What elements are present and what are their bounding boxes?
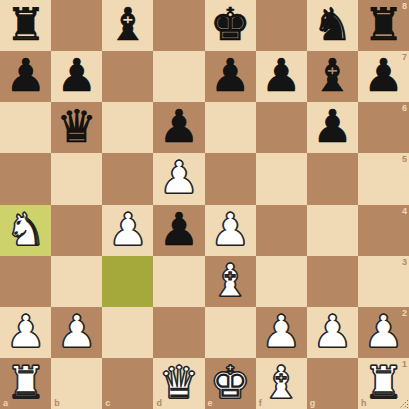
square-c1[interactable]: c [102,358,153,409]
white-pawn-c4[interactable]: ♟ [108,207,148,252]
board-resize-handle-icon[interactable] [397,397,409,409]
square-g5[interactable] [307,153,358,204]
square-a1[interactable]: ♜a [0,358,51,409]
square-c2[interactable] [102,307,153,358]
file-label-b: b [54,399,60,408]
square-f8[interactable] [256,0,307,51]
square-a7[interactable]: ♟ [0,51,51,102]
square-c6[interactable] [102,102,153,153]
rank-label-2: 2 [402,309,407,318]
square-b8[interactable] [51,0,102,51]
square-c8[interactable]: ♝ [102,0,153,51]
rank-label-4: 4 [402,207,407,216]
white-knight-a4[interactable]: ♞ [5,207,45,252]
white-bishop-f1[interactable]: ♝ [261,360,301,405]
square-h2[interactable]: ♟2 [358,307,409,358]
white-pawn-f2[interactable]: ♟ [261,309,301,354]
square-a3[interactable] [0,256,51,307]
square-e3[interactable]: ♝ [205,256,256,307]
square-d6[interactable]: ♟ [153,102,204,153]
black-queen-b6[interactable]: ♛ [57,104,97,149]
square-c7[interactable] [102,51,153,102]
file-label-e: e [208,399,213,408]
square-a8[interactable]: ♜ [0,0,51,51]
square-f1[interactable]: ♝f [256,358,307,409]
square-f6[interactable] [256,102,307,153]
square-a6[interactable] [0,102,51,153]
black-bishop-g7[interactable]: ♝ [312,53,352,98]
square-h6[interactable]: 6 [358,102,409,153]
black-pawn-h7[interactable]: ♟ [363,53,403,98]
white-rook-a1[interactable]: ♜ [5,360,45,405]
square-d1[interactable]: ♛d [153,358,204,409]
black-knight-g8[interactable]: ♞ [312,2,352,47]
square-g4[interactable] [307,205,358,256]
white-pawn-h2[interactable]: ♟ [363,309,403,354]
square-h4[interactable]: 4 [358,205,409,256]
square-h8[interactable]: ♜8 [358,0,409,51]
file-label-g: g [310,399,316,408]
rank-label-8: 8 [402,2,407,11]
square-a2[interactable]: ♟ [0,307,51,358]
white-pawn-b2[interactable]: ♟ [57,309,97,354]
square-b7[interactable]: ♟ [51,51,102,102]
square-d3[interactable] [153,256,204,307]
black-rook-h8[interactable]: ♜ [363,2,403,47]
file-label-h: h [361,399,367,408]
white-pawn-d5[interactable]: ♟ [159,155,199,200]
white-king-e1[interactable]: ♚ [210,360,250,405]
square-c5[interactable] [102,153,153,204]
square-f2[interactable]: ♟ [256,307,307,358]
square-e4[interactable]: ♟ [205,205,256,256]
file-label-f: f [259,399,262,408]
rank-label-6: 6 [402,104,407,113]
black-pawn-d4[interactable]: ♟ [159,207,199,252]
square-b4[interactable] [51,205,102,256]
square-e1[interactable]: ♚e [205,358,256,409]
square-b2[interactable]: ♟ [51,307,102,358]
square-d7[interactable] [153,51,204,102]
square-e8[interactable]: ♚ [205,0,256,51]
square-g6[interactable]: ♟ [307,102,358,153]
square-g1[interactable]: g [307,358,358,409]
square-d8[interactable] [153,0,204,51]
square-a5[interactable] [0,153,51,204]
file-label-a: a [3,399,8,408]
square-h3[interactable]: 3 [358,256,409,307]
square-c4[interactable]: ♟ [102,205,153,256]
black-king-e8[interactable]: ♚ [210,2,250,47]
white-bishop-e3[interactable]: ♝ [210,258,250,303]
square-d4[interactable]: ♟ [153,205,204,256]
square-e5[interactable] [205,153,256,204]
black-pawn-f7[interactable]: ♟ [261,53,301,98]
square-g8[interactable]: ♞ [307,0,358,51]
square-f3[interactable] [256,256,307,307]
square-g3[interactable] [307,256,358,307]
square-e7[interactable]: ♟ [205,51,256,102]
black-pawn-a7[interactable]: ♟ [5,53,45,98]
black-pawn-b7[interactable]: ♟ [57,53,97,98]
white-pawn-a2[interactable]: ♟ [5,309,45,354]
square-d5[interactable]: ♟ [153,153,204,204]
black-pawn-e7[interactable]: ♟ [210,53,250,98]
square-e6[interactable] [205,102,256,153]
square-f4[interactable] [256,205,307,256]
square-d2[interactable] [153,307,204,358]
white-pawn-g2[interactable]: ♟ [312,309,352,354]
square-g7[interactable]: ♝ [307,51,358,102]
white-queen-d1[interactable]: ♛ [159,360,199,405]
square-f5[interactable] [256,153,307,204]
square-h7[interactable]: ♟7 [358,51,409,102]
black-pawn-d6[interactable]: ♟ [159,104,199,149]
white-pawn-e4[interactable]: ♟ [210,207,250,252]
black-bishop-c8[interactable]: ♝ [108,2,148,47]
rank-label-1: 1 [402,360,407,369]
square-b6[interactable]: ♛ [51,102,102,153]
square-b3[interactable] [51,256,102,307]
square-f7[interactable]: ♟ [256,51,307,102]
square-g2[interactable]: ♟ [307,307,358,358]
rank-label-5: 5 [402,155,407,164]
file-label-c: c [105,399,110,408]
square-e2[interactable] [205,307,256,358]
rank-label-3: 3 [402,258,407,267]
chess-board: ♜♝♚♞♜8♟♟♟♟♝♟7♛♟♟6♟5♞♟♟♟4♝3♟♟♟♟♟2♜abc♛d♚e… [0,0,409,409]
square-c3[interactable] [102,256,153,307]
black-pawn-g6[interactable]: ♟ [312,104,352,149]
rank-label-7: 7 [402,53,407,62]
black-rook-a8[interactable]: ♜ [5,2,45,47]
file-label-d: d [156,399,162,408]
square-a4[interactable]: ♞ [0,205,51,256]
square-b1[interactable]: b [51,358,102,409]
square-h5[interactable]: 5 [358,153,409,204]
square-b5[interactable] [51,153,102,204]
